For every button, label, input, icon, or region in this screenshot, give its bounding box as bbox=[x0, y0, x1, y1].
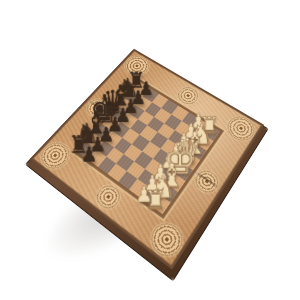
chessboard: ♜♟♟♜♞♟♟♞♝♟♟♝♛♟♟♛♚♟♟♚♝♟♟♝♞♟♟♞♜♟♟♜ bbox=[30, 49, 265, 270]
piece-cell-h7: ♟ bbox=[85, 150, 104, 168]
perspective-camera: ♜♟♟♜♞♟♟♞♝♟♟♝♛♟♟♛♚♟♟♚♝♟♟♝♞♟♟♞♜♟♟♜ bbox=[0, 0, 300, 300]
black-pawn-h7[interactable]: ♟ bbox=[68, 145, 109, 166]
white-rook-h1[interactable]: ♜ bbox=[134, 187, 178, 214]
rosette-ornament-edge bbox=[92, 181, 124, 213]
product-photo-scene: ♜♟♟♜♞♟♟♞♝♟♟♝♛♟♟♛♚♟♟♚♝♟♟♝♞♟♟♞♜♟♟♜ bbox=[0, 0, 300, 300]
perspective-wrapper: ♜♟♟♜♞♟♟♞♝♟♟♝♛♟♟♛♚♟♟♚♝♟♟♝♞♟♟♞♜♟♟♜ bbox=[0, 0, 300, 300]
